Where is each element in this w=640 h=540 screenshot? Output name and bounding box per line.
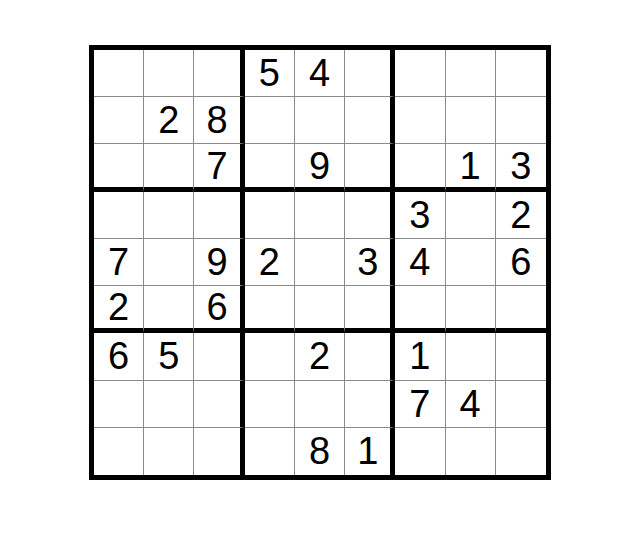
cell-r1-c7[interactable] (395, 50, 445, 97)
cell-r5-c4[interactable]: 2 (245, 239, 295, 286)
cell-r2-c5[interactable] (295, 97, 345, 144)
cell-r2-c4[interactable] (245, 97, 295, 144)
cell-r9-c4[interactable] (245, 428, 295, 475)
cell-r5-c2[interactable] (144, 239, 194, 286)
cell-r8-c3[interactable] (194, 381, 244, 428)
cell-r9-c5[interactable]: 8 (295, 428, 345, 475)
cell-r2-c2[interactable]: 2 (144, 97, 194, 144)
cell-r4-c9[interactable]: 2 (496, 192, 546, 239)
cell-r9-c9[interactable] (496, 428, 546, 475)
cell-r7-c8[interactable] (446, 333, 496, 380)
cell-r7-c7[interactable]: 1 (395, 333, 445, 380)
cell-r8-c9[interactable] (496, 381, 546, 428)
cell-r4-c8[interactable] (446, 192, 496, 239)
cell-r5-c8[interactable] (446, 239, 496, 286)
cell-r3-c7[interactable] (395, 144, 445, 191)
cell-r8-c6[interactable] (345, 381, 395, 428)
cell-r1-c2[interactable] (144, 50, 194, 97)
cell-r9-c2[interactable] (144, 428, 194, 475)
cell-r4-c6[interactable] (345, 192, 395, 239)
cell-r4-c4[interactable] (245, 192, 295, 239)
cell-r6-c5[interactable] (295, 286, 345, 333)
cell-r9-c6[interactable]: 1 (345, 428, 395, 475)
cell-r8-c2[interactable] (144, 381, 194, 428)
cell-r8-c1[interactable] (94, 381, 144, 428)
cell-r5-c1[interactable]: 7 (94, 239, 144, 286)
cell-r2-c1[interactable] (94, 97, 144, 144)
cell-r6-c2[interactable] (144, 286, 194, 333)
cell-r1-c8[interactable] (446, 50, 496, 97)
cell-r8-c8[interactable]: 4 (446, 381, 496, 428)
cell-r2-c6[interactable] (345, 97, 395, 144)
cell-r7-c3[interactable] (194, 333, 244, 380)
cell-r2-c8[interactable] (446, 97, 496, 144)
cell-r5-c9[interactable]: 6 (496, 239, 546, 286)
cell-r1-c3[interactable] (194, 50, 244, 97)
cell-r9-c1[interactable] (94, 428, 144, 475)
cell-r4-c2[interactable] (144, 192, 194, 239)
cell-r2-c7[interactable] (395, 97, 445, 144)
cell-r3-c9[interactable]: 3 (496, 144, 546, 191)
cell-r6-c4[interactable] (245, 286, 295, 333)
cell-r7-c9[interactable] (496, 333, 546, 380)
cell-r7-c4[interactable] (245, 333, 295, 380)
cell-r8-c7[interactable]: 7 (395, 381, 445, 428)
cell-r3-c1[interactable] (94, 144, 144, 191)
cell-r1-c6[interactable] (345, 50, 395, 97)
cell-r3-c2[interactable] (144, 144, 194, 191)
cell-r3-c5[interactable]: 9 (295, 144, 345, 191)
cell-r1-c4[interactable]: 5 (245, 50, 295, 97)
cell-r6-c1[interactable]: 2 (94, 286, 144, 333)
cell-r4-c5[interactable] (295, 192, 345, 239)
cell-r4-c7[interactable]: 3 (395, 192, 445, 239)
cell-r9-c7[interactable] (395, 428, 445, 475)
cell-r6-c8[interactable] (446, 286, 496, 333)
cell-r1-c9[interactable] (496, 50, 546, 97)
cell-r3-c4[interactable] (245, 144, 295, 191)
cell-r6-c9[interactable] (496, 286, 546, 333)
cell-r5-c3[interactable]: 9 (194, 239, 244, 286)
cell-r8-c5[interactable] (295, 381, 345, 428)
cell-r7-c1[interactable]: 6 (94, 333, 144, 380)
cell-r8-c4[interactable] (245, 381, 295, 428)
cell-r2-c3[interactable]: 8 (194, 97, 244, 144)
cell-r6-c3[interactable]: 6 (194, 286, 244, 333)
cell-r4-c3[interactable] (194, 192, 244, 239)
sudoku-board: 54287913327923462665217481 (89, 45, 551, 480)
cell-r1-c5[interactable]: 4 (295, 50, 345, 97)
cell-r7-c6[interactable] (345, 333, 395, 380)
cell-r1-c1[interactable] (94, 50, 144, 97)
cell-r2-c9[interactable] (496, 97, 546, 144)
cell-r5-c7[interactable]: 4 (395, 239, 445, 286)
cell-r9-c3[interactable] (194, 428, 244, 475)
cell-r6-c7[interactable] (395, 286, 445, 333)
cell-r5-c5[interactable] (295, 239, 345, 286)
cell-r9-c8[interactable] (446, 428, 496, 475)
sudoku-page: 54287913327923462665217481 (0, 0, 640, 540)
cell-r3-c3[interactable]: 7 (194, 144, 244, 191)
cell-r3-c6[interactable] (345, 144, 395, 191)
cell-r6-c6[interactable] (345, 286, 395, 333)
cell-r4-c1[interactable] (94, 192, 144, 239)
cell-r7-c5[interactable]: 2 (295, 333, 345, 380)
cell-r3-c8[interactable]: 1 (446, 144, 496, 191)
cell-r7-c2[interactable]: 5 (144, 333, 194, 380)
cell-r5-c6[interactable]: 3 (345, 239, 395, 286)
